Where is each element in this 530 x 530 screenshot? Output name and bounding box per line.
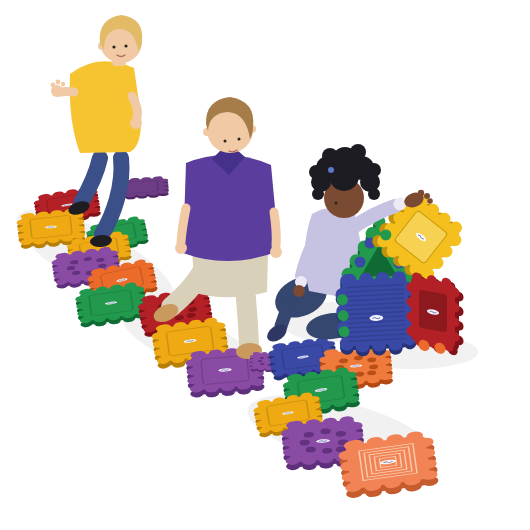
center-right-arm [274, 212, 276, 246]
center-ear-left [203, 128, 211, 136]
product-photo [0, 0, 530, 530]
blond-right-hand [130, 117, 142, 129]
sitting-shin [281, 306, 288, 326]
sitting-hair-clip [328, 167, 334, 173]
sitting-left-hand [293, 285, 305, 297]
tile-orange-rings [345, 435, 431, 496]
connector-peg [355, 257, 366, 268]
center-left-arm [181, 208, 186, 242]
tile-green-2 [80, 285, 142, 326]
center-left-hand [175, 242, 187, 254]
sitting-eye [335, 202, 338, 205]
house-side-panel [411, 276, 459, 357]
sitting-right-cuff [394, 198, 407, 211]
center-right-hand [270, 246, 282, 258]
scene-svg [0, 0, 530, 530]
blond-shirt [70, 61, 141, 153]
house-front-panel [336, 277, 411, 351]
